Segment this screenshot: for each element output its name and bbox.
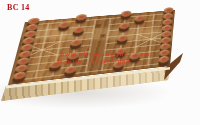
piece-red-chariot [11, 76, 25, 85]
piece-red-soldier [71, 30, 83, 37]
piece-black-soldier [118, 26, 129, 33]
piece-black-chariot [158, 59, 169, 67]
watermark-phone: Mobile : 98 973 987 [48, 59, 140, 65]
piece-black-cannon [134, 19, 145, 26]
piece-black-soldier [112, 64, 124, 72]
piece-red-soldier [63, 70, 76, 78]
catalog-code-label: BC 14 [7, 3, 30, 12]
piece-red-soldier [69, 43, 81, 51]
product-photo-stage: 楚河 漢界 BC 14 www.shoppingghar.com Mobile … [0, 0, 200, 125]
piece-black-soldier [120, 14, 131, 21]
piece-black-soldier [116, 38, 127, 45]
piece-red-soldier [74, 17, 86, 24]
watermark-url: www.shoppingghar.com [48, 51, 162, 57]
piece-red-cannon [48, 65, 61, 73]
piece-red-cannon [57, 25, 69, 32]
